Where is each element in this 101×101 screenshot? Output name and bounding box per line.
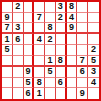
cell-r7c1[interactable]	[2, 67, 13, 78]
cell-r4c8[interactable]	[77, 34, 88, 45]
cell-r8c4[interactable]: 8	[34, 78, 45, 89]
cell-r7c9[interactable]: 3	[88, 67, 99, 78]
cell-r3c7[interactable]: 9	[67, 23, 78, 34]
cell-r9c6[interactable]	[56, 88, 67, 99]
cell-r7c7[interactable]	[67, 67, 78, 78]
cell-r3c3[interactable]	[24, 23, 35, 34]
cell-r8c9[interactable]: 4	[88, 78, 99, 89]
cell-r6c5[interactable]: 1	[45, 56, 56, 67]
cell-r1c2[interactable]: 2	[13, 2, 24, 13]
cell-r5c7[interactable]	[67, 45, 78, 56]
cell-r8c7[interactable]	[67, 78, 78, 89]
cell-r9c7[interactable]	[67, 88, 78, 99]
cell-r1c8[interactable]	[77, 2, 88, 13]
cell-r9c8[interactable]: 9	[77, 88, 88, 99]
cell-r1c9[interactable]	[88, 2, 99, 13]
cell-r7c4[interactable]	[34, 67, 45, 78]
cell-r6c4[interactable]	[34, 56, 45, 67]
cell-r4c5[interactable]: 2	[45, 34, 56, 45]
cell-r6c3[interactable]	[24, 56, 35, 67]
cell-r7c3[interactable]: 9	[24, 67, 35, 78]
cell-r5c2[interactable]	[13, 45, 24, 56]
cell-r2c4[interactable]: 7	[34, 13, 45, 24]
cell-r4c4[interactable]: 4	[34, 34, 45, 45]
cell-r8c1[interactable]	[2, 78, 13, 89]
cell-r1c5[interactable]	[45, 2, 56, 13]
cell-r9c9[interactable]	[88, 88, 99, 99]
cell-r1c3[interactable]	[24, 2, 35, 13]
cell-r3c1[interactable]: 7	[2, 23, 13, 34]
cell-r6c1[interactable]	[2, 56, 13, 67]
cell-r3c6[interactable]	[56, 23, 67, 34]
cell-r4c3[interactable]	[24, 34, 35, 45]
cell-r8c6[interactable]: 6	[56, 78, 67, 89]
cell-r3c2[interactable]: 3	[13, 23, 24, 34]
sudoku-board: 23897247389164252187595635864619	[0, 0, 101, 101]
cell-r2c6[interactable]: 2	[56, 13, 67, 24]
cell-r4c7[interactable]	[67, 34, 78, 45]
cell-r9c4[interactable]: 1	[34, 88, 45, 99]
cell-r8c5[interactable]	[45, 78, 56, 89]
cell-r6c6[interactable]: 8	[56, 56, 67, 67]
cell-r6c9[interactable]: 5	[88, 56, 99, 67]
cell-r9c2[interactable]	[13, 88, 24, 99]
cell-r7c8[interactable]: 6	[77, 67, 88, 78]
cell-r6c8[interactable]: 7	[77, 56, 88, 67]
cell-r4c6[interactable]	[56, 34, 67, 45]
cell-r2c8[interactable]	[77, 13, 88, 24]
cell-r6c7[interactable]	[67, 56, 78, 67]
cell-r6c2[interactable]	[13, 56, 24, 67]
cell-r3c9[interactable]	[88, 23, 99, 34]
cell-r9c5[interactable]	[45, 88, 56, 99]
cell-r4c2[interactable]: 6	[13, 34, 24, 45]
cell-r3c8[interactable]	[77, 23, 88, 34]
cell-r7c2[interactable]	[13, 67, 24, 78]
cell-r8c3[interactable]: 5	[24, 78, 35, 89]
cell-r3c5[interactable]: 8	[45, 23, 56, 34]
cell-r9c1[interactable]	[2, 88, 13, 99]
cell-r7c5[interactable]: 5	[45, 67, 56, 78]
cell-r5c4[interactable]	[34, 45, 45, 56]
cell-r5c3[interactable]	[24, 45, 35, 56]
cell-r2c3[interactable]	[24, 13, 35, 24]
cell-r3c4[interactable]	[34, 23, 45, 34]
cell-r9c3[interactable]: 6	[24, 88, 35, 99]
cell-r8c8[interactable]	[77, 78, 88, 89]
cell-r2c9[interactable]	[88, 13, 99, 24]
cell-r5c1[interactable]: 5	[2, 45, 13, 56]
cell-r8c2[interactable]	[13, 78, 24, 89]
cell-r7c6[interactable]	[56, 67, 67, 78]
